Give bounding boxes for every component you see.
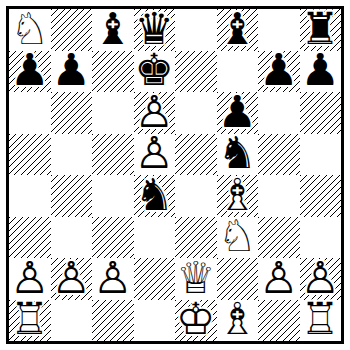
square-e4[interactable]: [175, 175, 217, 217]
piece-glyph: ♙: [134, 132, 176, 174]
piece-glyph: ♗: [217, 174, 259, 216]
piece-halo: ♟: [134, 132, 176, 174]
piece-black-pawn: ♟♟: [258, 51, 300, 93]
piece-halo: ♜: [300, 298, 342, 340]
square-g6[interactable]: [258, 92, 300, 134]
square-b5[interactable]: [51, 134, 93, 176]
square-h7[interactable]: ♟♟: [300, 51, 342, 93]
piece-white-queen: ♛♕: [175, 258, 217, 300]
square-h8[interactable]: ♜♜: [300, 9, 342, 51]
piece-glyph: ♘: [9, 8, 51, 50]
piece-glyph: ♟: [9, 49, 51, 91]
piece-halo: ♜: [300, 8, 342, 50]
piece-white-pawn: ♟♙: [134, 92, 176, 134]
piece-halo: ♟: [92, 257, 134, 299]
piece-glyph: ♛: [134, 8, 176, 50]
square-c5[interactable]: [92, 134, 134, 176]
piece-glyph: ♟: [51, 49, 93, 91]
piece-glyph: ♔: [175, 298, 217, 340]
square-e6[interactable]: [175, 92, 217, 134]
square-f5[interactable]: ♞♞: [217, 134, 259, 176]
piece-halo: ♟: [258, 49, 300, 91]
piece-glyph: ♖: [9, 298, 51, 340]
piece-white-rook: ♜♖: [9, 300, 51, 342]
square-e3[interactable]: [175, 217, 217, 259]
piece-glyph: ♙: [134, 91, 176, 133]
piece-white-pawn: ♟♙: [92, 258, 134, 300]
square-a8[interactable]: ♞♘: [9, 9, 51, 51]
piece-halo: ♟: [134, 91, 176, 133]
square-b1[interactable]: [51, 300, 93, 342]
square-a5[interactable]: [9, 134, 51, 176]
piece-glyph: ♙: [258, 257, 300, 299]
piece-black-queen: ♛♛: [134, 9, 176, 51]
square-g1[interactable]: [258, 300, 300, 342]
square-c4[interactable]: [92, 175, 134, 217]
piece-white-rook: ♜♖: [300, 300, 342, 342]
piece-black-rook: ♜♜: [300, 9, 342, 51]
square-c1[interactable]: [92, 300, 134, 342]
square-a2[interactable]: ♟♙: [9, 258, 51, 300]
square-b2[interactable]: ♟♙: [51, 258, 93, 300]
piece-halo: ♞: [9, 8, 51, 50]
square-b6[interactable]: [51, 92, 93, 134]
piece-glyph: ♙: [51, 257, 93, 299]
piece-glyph: ♞: [134, 174, 176, 216]
piece-white-bishop: ♝♗: [217, 300, 259, 342]
piece-halo: ♛: [175, 257, 217, 299]
piece-glyph: ♟: [258, 49, 300, 91]
piece-halo: ♚: [134, 49, 176, 91]
square-g7[interactable]: ♟♟: [258, 51, 300, 93]
piece-halo: ♝: [92, 8, 134, 50]
piece-glyph: ♞: [217, 132, 259, 174]
square-d7[interactable]: ♚♚: [134, 51, 176, 93]
piece-glyph: ♚: [134, 49, 176, 91]
square-d8[interactable]: ♛♛: [134, 9, 176, 51]
piece-halo: ♞: [134, 174, 176, 216]
piece-glyph: ♙: [9, 257, 51, 299]
piece-halo: ♟: [9, 49, 51, 91]
chess-board: ♞♘♝♝♛♛♝♝♜♜♟♟♟♟♚♚♟♟♟♟♟♙♟♟♟♙♞♞♞♞♝♗♞♘♟♙♟♙♟♙…: [9, 9, 341, 341]
piece-white-bishop: ♝♗: [217, 175, 259, 217]
square-b8[interactable]: [51, 9, 93, 51]
piece-black-pawn: ♟♟: [51, 51, 93, 93]
piece-halo: ♞: [217, 132, 259, 174]
piece-halo: ♟: [217, 91, 259, 133]
square-a6[interactable]: [9, 92, 51, 134]
piece-glyph: ♝: [217, 8, 259, 50]
piece-white-king: ♚♔: [175, 300, 217, 342]
square-d4[interactable]: ♞♞: [134, 175, 176, 217]
square-a7[interactable]: ♟♟: [9, 51, 51, 93]
piece-white-pawn: ♟♙: [134, 134, 176, 176]
piece-white-pawn: ♟♙: [9, 258, 51, 300]
square-e2[interactable]: ♛♕: [175, 258, 217, 300]
square-f1[interactable]: ♝♗: [217, 300, 259, 342]
square-d5[interactable]: ♟♙: [134, 134, 176, 176]
piece-black-knight: ♞♞: [134, 175, 176, 217]
square-d1[interactable]: [134, 300, 176, 342]
square-a1[interactable]: ♜♖: [9, 300, 51, 342]
piece-halo: ♟: [300, 49, 342, 91]
square-c2[interactable]: ♟♙: [92, 258, 134, 300]
square-h3[interactable]: [300, 217, 342, 259]
square-f3[interactable]: ♞♘: [217, 217, 259, 259]
square-g3[interactable]: [258, 217, 300, 259]
piece-white-pawn: ♟♙: [300, 258, 342, 300]
piece-glyph: ♘: [217, 215, 259, 257]
square-b7[interactable]: ♟♟: [51, 51, 93, 93]
square-g8[interactable]: [258, 9, 300, 51]
piece-glyph: ♖: [300, 298, 342, 340]
square-f8[interactable]: ♝♝: [217, 9, 259, 51]
piece-halo: ♟: [51, 257, 93, 299]
piece-halo: ♝: [217, 8, 259, 50]
piece-glyph: ♝: [92, 8, 134, 50]
square-d6[interactable]: ♟♙: [134, 92, 176, 134]
square-f6[interactable]: ♟♟: [217, 92, 259, 134]
square-e1[interactable]: ♚♔: [175, 300, 217, 342]
square-c6[interactable]: [92, 92, 134, 134]
piece-glyph: ♙: [300, 257, 342, 299]
piece-glyph: ♟: [217, 91, 259, 133]
piece-glyph: ♟: [300, 49, 342, 91]
square-f2[interactable]: [217, 258, 259, 300]
piece-halo: ♟: [51, 49, 93, 91]
chess-diagram: ♞♘♝♝♛♛♝♝♜♜♟♟♟♟♚♚♟♟♟♟♟♙♟♟♟♙♞♞♞♞♝♗♞♘♟♙♟♙♟♙…: [0, 0, 350, 350]
piece-white-pawn: ♟♙: [258, 258, 300, 300]
piece-halo: ♝: [217, 298, 259, 340]
square-c3[interactable]: [92, 217, 134, 259]
square-c7[interactable]: [92, 51, 134, 93]
square-b4[interactable]: [51, 175, 93, 217]
board-frame: ♞♘♝♝♛♛♝♝♜♜♟♟♟♟♚♚♟♟♟♟♟♙♟♟♟♙♞♞♞♞♝♗♞♘♟♙♟♙♟♙…: [6, 6, 344, 344]
square-a3[interactable]: [9, 217, 51, 259]
square-h2[interactable]: ♟♙: [300, 258, 342, 300]
piece-glyph: ♜: [300, 8, 342, 50]
piece-halo: ♟: [258, 257, 300, 299]
piece-halo: ♟: [300, 257, 342, 299]
piece-white-pawn: ♟♙: [51, 258, 93, 300]
square-e7[interactable]: [175, 51, 217, 93]
piece-white-knight: ♞♘: [217, 217, 259, 259]
piece-glyph: ♕: [175, 257, 217, 299]
piece-halo: ♚: [175, 298, 217, 340]
square-h5[interactable]: [300, 134, 342, 176]
square-g4[interactable]: [258, 175, 300, 217]
piece-white-knight: ♞♘: [9, 9, 51, 51]
square-b3[interactable]: [51, 217, 93, 259]
piece-black-pawn: ♟♟: [217, 92, 259, 134]
square-e8[interactable]: [175, 9, 217, 51]
piece-glyph: ♙: [92, 257, 134, 299]
square-c8[interactable]: ♝♝: [92, 9, 134, 51]
square-h6[interactable]: [300, 92, 342, 134]
square-g5[interactable]: [258, 134, 300, 176]
square-a4[interactable]: [9, 175, 51, 217]
square-h4[interactable]: [300, 175, 342, 217]
square-d2[interactable]: [134, 258, 176, 300]
piece-black-pawn: ♟♟: [300, 51, 342, 93]
square-h1[interactable]: ♜♖: [300, 300, 342, 342]
piece-halo: ♜: [9, 298, 51, 340]
piece-halo: ♟: [9, 257, 51, 299]
piece-black-king: ♚♚: [134, 51, 176, 93]
square-f4[interactable]: ♝♗: [217, 175, 259, 217]
square-f7[interactable]: [217, 51, 259, 93]
piece-glyph: ♗: [217, 298, 259, 340]
piece-halo: ♝: [217, 174, 259, 216]
piece-black-pawn: ♟♟: [9, 51, 51, 93]
piece-halo: ♞: [217, 215, 259, 257]
piece-black-bishop: ♝♝: [92, 9, 134, 51]
piece-halo: ♛: [134, 8, 176, 50]
piece-black-knight: ♞♞: [217, 134, 259, 176]
square-g2[interactable]: ♟♙: [258, 258, 300, 300]
square-d3[interactable]: [134, 217, 176, 259]
piece-black-bishop: ♝♝: [217, 9, 259, 51]
square-e5[interactable]: [175, 134, 217, 176]
